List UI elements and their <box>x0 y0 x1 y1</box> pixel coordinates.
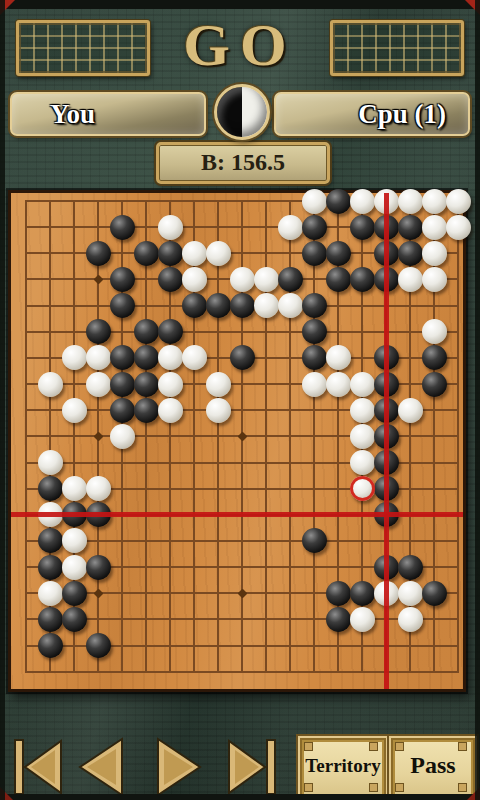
white-stone <box>158 398 183 423</box>
black-stone <box>38 607 63 632</box>
white-stone <box>350 450 375 475</box>
skip-to-start-button[interactable] <box>12 738 64 796</box>
white-stone <box>158 215 183 240</box>
black-stone <box>422 581 447 606</box>
white-stone <box>206 372 231 397</box>
black-stone <box>326 241 351 266</box>
corner-ornament-icon <box>0 787 13 800</box>
white-stone <box>254 293 279 318</box>
white-stone <box>422 215 447 240</box>
white-stone <box>86 372 111 397</box>
white-stone <box>38 372 63 397</box>
black-stone <box>134 398 159 423</box>
black-stone <box>158 241 183 266</box>
black-stone <box>350 215 375 240</box>
black-stone <box>182 293 207 318</box>
button-corner-ornaments <box>305 743 312 750</box>
white-stone <box>422 319 447 344</box>
black-stone <box>302 319 327 344</box>
black-stone <box>326 189 351 214</box>
white-stone <box>206 241 231 266</box>
black-stone <box>302 528 327 553</box>
black-stone <box>326 607 351 632</box>
territory-button-label: Territory <box>305 755 380 776</box>
white-stone <box>62 345 87 370</box>
white-stone <box>110 424 135 449</box>
white-stone <box>350 607 375 632</box>
white-stone <box>62 555 87 580</box>
black-stone <box>110 398 135 423</box>
white-stone <box>62 528 87 553</box>
white-stone <box>278 293 303 318</box>
white-stone <box>254 267 279 292</box>
white-stone <box>398 398 423 423</box>
black-stone <box>422 345 447 370</box>
corner-ornament-icon <box>465 0 480 15</box>
white-stone <box>446 215 471 240</box>
black-stone <box>110 345 135 370</box>
corner-ornament-icon <box>467 787 480 800</box>
black-stone <box>134 372 159 397</box>
black-stone <box>86 241 111 266</box>
black-stone <box>38 633 63 658</box>
black-stone <box>158 267 183 292</box>
white-stone <box>302 372 327 397</box>
black-stone <box>110 267 135 292</box>
black-stone <box>422 372 447 397</box>
black-stone <box>302 215 327 240</box>
black-stone <box>38 528 63 553</box>
white-stone <box>278 215 303 240</box>
black-stone <box>86 633 111 658</box>
white-stone <box>62 398 87 423</box>
player-plate-white: Cpu (1) <box>274 92 470 136</box>
white-stone <box>182 345 207 370</box>
white-stone <box>38 581 63 606</box>
black-stone <box>302 345 327 370</box>
app-title: GO <box>0 6 480 84</box>
white-stone <box>206 398 231 423</box>
white-stone <box>422 241 447 266</box>
white-stone <box>86 476 111 501</box>
white-stone <box>230 267 255 292</box>
white-stone <box>398 189 423 214</box>
white-stone <box>326 372 351 397</box>
skip-to-end-button[interactable] <box>226 738 278 796</box>
territory-button[interactable]: Territory <box>300 738 386 798</box>
black-stone <box>326 581 351 606</box>
white-stone <box>398 607 423 632</box>
black-stone <box>110 372 135 397</box>
stones-layer <box>14 188 470 685</box>
black-stone <box>134 241 159 266</box>
black-stone <box>350 267 375 292</box>
white-stone <box>158 345 183 370</box>
score-display: B: 156.5 <box>156 142 330 184</box>
white-stone <box>422 267 447 292</box>
bottom-border-strip <box>0 794 480 800</box>
white-stone <box>182 241 207 266</box>
turn-disc-icon <box>214 84 270 140</box>
black-stone <box>158 319 183 344</box>
black-stone <box>134 345 159 370</box>
white-stone <box>446 189 471 214</box>
last-move-horizontal-line <box>11 512 463 517</box>
white-stone <box>38 450 63 475</box>
white-stone <box>350 372 375 397</box>
black-stone <box>134 319 159 344</box>
button-corner-ornaments <box>396 743 403 750</box>
white-stone <box>182 267 207 292</box>
black-stone <box>86 555 111 580</box>
pass-button[interactable]: Pass <box>391 738 475 798</box>
black-stone <box>62 607 87 632</box>
top-border-strip <box>0 0 480 9</box>
step-forward-button[interactable] <box>154 736 204 798</box>
black-stone <box>302 241 327 266</box>
white-stone <box>350 424 375 449</box>
black-stone <box>326 267 351 292</box>
white-stone <box>422 189 447 214</box>
black-stone <box>230 345 255 370</box>
player-plate-black: You <box>10 92 206 136</box>
black-stone <box>230 293 255 318</box>
black-stone <box>110 293 135 318</box>
black-stone <box>398 555 423 580</box>
go-board[interactable] <box>8 190 466 692</box>
black-stone <box>86 319 111 344</box>
player-black-label: You <box>12 94 204 134</box>
last-move-vertical-line <box>384 193 389 689</box>
black-stone <box>398 215 423 240</box>
black-stone <box>38 555 63 580</box>
corner-ornament-icon <box>0 0 15 15</box>
white-stone <box>398 581 423 606</box>
black-stone <box>206 293 231 318</box>
white-stone <box>302 189 327 214</box>
step-back-button[interactable] <box>76 736 126 798</box>
white-stone <box>158 372 183 397</box>
black-stone <box>110 215 135 240</box>
white-stone <box>326 345 351 370</box>
white-stone <box>86 345 111 370</box>
black-stone <box>398 241 423 266</box>
move-circle-marker <box>350 476 375 501</box>
black-stone <box>302 293 327 318</box>
black-stone <box>62 581 87 606</box>
black-stone <box>278 267 303 292</box>
white-stone <box>62 476 87 501</box>
white-stone <box>350 189 375 214</box>
black-stone <box>350 581 375 606</box>
white-stone <box>398 267 423 292</box>
white-stone <box>350 398 375 423</box>
player-white-label: Cpu (1) <box>276 94 468 134</box>
pass-button-label: Pass <box>410 752 455 778</box>
black-stone <box>38 476 63 501</box>
